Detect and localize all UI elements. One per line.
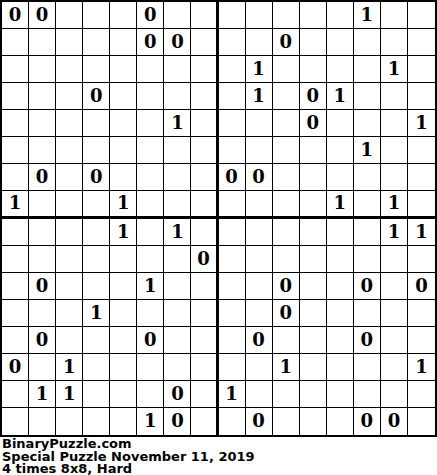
cell-r12c1[interactable] <box>2 300 29 327</box>
cell-r9c8[interactable] <box>191 219 218 246</box>
cell-r2c3[interactable] <box>56 29 83 56</box>
cell-r12c6[interactable] <box>137 300 164 327</box>
cell-r15c12[interactable] <box>300 381 327 408</box>
cell-r2c12[interactable] <box>300 29 327 56</box>
cell-r11c11: 0 <box>273 273 300 300</box>
cell-r14c5[interactable] <box>110 354 137 381</box>
cell-r15c8[interactable] <box>191 381 218 408</box>
cell-r4c9[interactable] <box>219 83 246 110</box>
cell-r10c5[interactable] <box>110 246 137 273</box>
cell-r6c2[interactable] <box>29 137 56 164</box>
cell-r12c2[interactable] <box>29 300 56 327</box>
cell-r12c16[interactable] <box>408 300 435 327</box>
cell-r3c15: 1 <box>381 56 408 83</box>
cell-r10c1[interactable] <box>2 246 29 273</box>
cell-r5c8[interactable] <box>191 110 218 137</box>
cell-r3c12[interactable] <box>300 56 327 83</box>
cell-r14c14[interactable] <box>354 354 381 381</box>
cell-r13c10: 0 <box>246 327 273 354</box>
cell-r1c7[interactable] <box>164 2 191 29</box>
cell-r6c15[interactable] <box>381 137 408 164</box>
cell-r6c3[interactable] <box>56 137 83 164</box>
cell-r5c3[interactable] <box>56 110 83 137</box>
cell-r4c4: 0 <box>83 83 110 110</box>
cell-r7c2: 0 <box>29 164 56 191</box>
cell-r2c11: 0 <box>273 29 300 56</box>
cell-r12c5[interactable] <box>110 300 137 327</box>
cell-r9c14[interactable] <box>354 219 381 246</box>
cell-r2c16[interactable] <box>408 29 435 56</box>
cell-r3c4[interactable] <box>83 56 110 83</box>
cell-r9c3[interactable] <box>56 219 83 246</box>
cell-r15c10[interactable] <box>246 381 273 408</box>
cell-r14c11: 1 <box>273 354 300 381</box>
cell-r1c3[interactable] <box>56 2 83 29</box>
cell-r2c2[interactable] <box>29 29 56 56</box>
cell-r1c15[interactable] <box>381 2 408 29</box>
cell-r12c7[interactable] <box>164 300 191 327</box>
cell-r14c16: 1 <box>408 354 435 381</box>
cell-r13c3[interactable] <box>56 327 83 354</box>
cell-r10c9[interactable] <box>219 246 246 273</box>
cell-r1c6: 0 <box>137 2 164 29</box>
cell-r16c4[interactable] <box>83 408 110 435</box>
cell-r15c3: 1 <box>56 381 83 408</box>
cell-r7c1[interactable] <box>2 164 29 191</box>
cell-r3c11[interactable] <box>273 56 300 83</box>
cell-r1c1: 0 <box>2 2 29 29</box>
cell-r1c13[interactable] <box>327 2 354 29</box>
cell-r11c4[interactable] <box>83 273 110 300</box>
cell-r9c1[interactable] <box>2 219 29 246</box>
cell-r15c5[interactable] <box>110 381 137 408</box>
cell-r7c15[interactable] <box>381 164 408 191</box>
cell-r12c3[interactable] <box>56 300 83 327</box>
cell-r4c15[interactable] <box>381 83 408 110</box>
cell-r3c14[interactable] <box>354 56 381 83</box>
cell-r8c11[interactable] <box>273 191 300 218</box>
cell-r11c13[interactable] <box>327 273 354 300</box>
cell-r3c13[interactable] <box>327 56 354 83</box>
cell-r14c1: 0 <box>2 354 29 381</box>
cell-r5c6[interactable] <box>137 110 164 137</box>
cell-r16c11[interactable] <box>273 408 300 435</box>
puzzle-difficulty: 4 times 8x8, Hard <box>2 463 437 475</box>
cell-r8c16[interactable] <box>408 191 435 218</box>
cell-r5c2[interactable] <box>29 110 56 137</box>
cell-r11c14: 0 <box>354 273 381 300</box>
cell-r10c10[interactable] <box>246 246 273 273</box>
cell-r6c8[interactable] <box>191 137 218 164</box>
cell-r16c9[interactable] <box>219 408 246 435</box>
cell-r10c11[interactable] <box>273 246 300 273</box>
cell-r2c15[interactable] <box>381 29 408 56</box>
cell-r13c12[interactable] <box>300 327 327 354</box>
cell-r16c16[interactable] <box>408 408 435 435</box>
cell-r1c11[interactable] <box>273 2 300 29</box>
cell-r11c10[interactable] <box>246 273 273 300</box>
cell-r6c7[interactable] <box>164 137 191 164</box>
cell-r11c15[interactable] <box>381 273 408 300</box>
cell-r8c10[interactable] <box>246 191 273 218</box>
cell-r9c7: 1 <box>164 219 191 246</box>
cell-r12c13[interactable] <box>327 300 354 327</box>
cell-r4c2[interactable] <box>29 83 56 110</box>
cell-r15c9: 1 <box>219 381 246 408</box>
cell-r2c10[interactable] <box>246 29 273 56</box>
cell-r11c2: 0 <box>29 273 56 300</box>
cell-r8c9[interactable] <box>219 191 246 218</box>
cell-r3c9[interactable] <box>219 56 246 83</box>
cell-r8c2[interactable] <box>29 191 56 218</box>
cell-r4c7[interactable] <box>164 83 191 110</box>
board: 0001000110101101100001111111100100010000… <box>0 0 437 437</box>
cell-r12c14[interactable] <box>354 300 381 327</box>
cell-r16c2[interactable] <box>29 408 56 435</box>
cell-r8c15: 1 <box>381 191 408 218</box>
cell-r16c14: 0 <box>354 408 381 435</box>
cell-r16c15: 0 <box>381 408 408 435</box>
cell-r16c6: 1 <box>137 408 164 435</box>
cell-r5c15[interactable] <box>381 110 408 137</box>
cell-r2c14[interactable] <box>354 29 381 56</box>
cell-r8c1: 1 <box>2 191 29 218</box>
cell-r5c13[interactable] <box>327 110 354 137</box>
cell-r16c10: 0 <box>246 408 273 435</box>
cell-r3c2[interactable] <box>29 56 56 83</box>
cell-r9c13[interactable] <box>327 219 354 246</box>
cell-r8c5: 1 <box>110 191 137 218</box>
cell-r9c9[interactable] <box>219 219 246 246</box>
cell-r3c8[interactable] <box>191 56 218 83</box>
cell-r10c13[interactable] <box>327 246 354 273</box>
cell-r8c12[interactable] <box>300 191 327 218</box>
cell-r6c13[interactable] <box>327 137 354 164</box>
cell-r16c1[interactable] <box>2 408 29 435</box>
cell-r7c4: 0 <box>83 164 110 191</box>
cell-r10c2[interactable] <box>29 246 56 273</box>
cell-r13c13[interactable] <box>327 327 354 354</box>
cell-r7c11[interactable] <box>273 164 300 191</box>
cell-r5c5[interactable] <box>110 110 137 137</box>
cell-r3c1[interactable] <box>2 56 29 83</box>
cell-r1c16[interactable] <box>408 2 435 29</box>
cell-r1c14: 1 <box>354 2 381 29</box>
cell-r13c1[interactable] <box>2 327 29 354</box>
cell-r11c9[interactable] <box>219 273 246 300</box>
cell-r11c16: 0 <box>408 273 435 300</box>
cell-r9c10[interactable] <box>246 219 273 246</box>
cell-r5c14[interactable] <box>354 110 381 137</box>
cell-r11c5[interactable] <box>110 273 137 300</box>
cell-r15c4[interactable] <box>83 381 110 408</box>
cell-r15c7: 0 <box>164 381 191 408</box>
cell-r1c5[interactable] <box>110 2 137 29</box>
cell-r1c2: 0 <box>29 2 56 29</box>
cell-r13c6: 0 <box>137 327 164 354</box>
cell-r3c6[interactable] <box>137 56 164 83</box>
cell-r8c7[interactable] <box>164 191 191 218</box>
cell-r13c15[interactable] <box>381 327 408 354</box>
cell-r14c12[interactable] <box>300 354 327 381</box>
cell-r7c5[interactable] <box>110 164 137 191</box>
cell-r15c14[interactable] <box>354 381 381 408</box>
cell-r14c13[interactable] <box>327 354 354 381</box>
cell-r5c7: 1 <box>164 110 191 137</box>
cell-r4c1[interactable] <box>2 83 29 110</box>
cell-r6c16[interactable] <box>408 137 435 164</box>
cell-r16c13[interactable] <box>327 408 354 435</box>
cell-r1c10[interactable] <box>246 2 273 29</box>
cell-r15c13[interactable] <box>327 381 354 408</box>
cell-r9c6[interactable] <box>137 219 164 246</box>
cell-r10c12[interactable] <box>300 246 327 273</box>
cell-r7c8[interactable] <box>191 164 218 191</box>
cell-r4c10: 1 <box>246 83 273 110</box>
cell-r7c12[interactable] <box>300 164 327 191</box>
cell-r1c8[interactable] <box>191 2 218 29</box>
cell-r1c4[interactable] <box>83 2 110 29</box>
cell-r16c12[interactable] <box>300 408 327 435</box>
cell-r4c6[interactable] <box>137 83 164 110</box>
cell-r3c10: 1 <box>246 56 273 83</box>
cell-r10c3[interactable] <box>56 246 83 273</box>
cell-r10c14[interactable] <box>354 246 381 273</box>
cell-r13c9[interactable] <box>219 327 246 354</box>
cell-r12c8[interactable] <box>191 300 218 327</box>
cell-r10c4[interactable] <box>83 246 110 273</box>
cell-r8c13: 1 <box>327 191 354 218</box>
cell-r9c2[interactable] <box>29 219 56 246</box>
cell-r8c3[interactable] <box>56 191 83 218</box>
cell-r4c12: 0 <box>300 83 327 110</box>
cell-r3c16[interactable] <box>408 56 435 83</box>
cell-r9c4[interactable] <box>83 219 110 246</box>
cell-r6c12[interactable] <box>300 137 327 164</box>
cell-r2c13[interactable] <box>327 29 354 56</box>
cell-r6c9[interactable] <box>219 137 246 164</box>
cell-r6c4[interactable] <box>83 137 110 164</box>
cell-r1c12[interactable] <box>300 2 327 29</box>
cell-r14c10[interactable] <box>246 354 273 381</box>
cell-r15c6[interactable] <box>137 381 164 408</box>
cell-r9c12[interactable] <box>300 219 327 246</box>
cell-r13c2: 0 <box>29 327 56 354</box>
cell-r15c2: 1 <box>29 381 56 408</box>
cell-r2c6: 0 <box>137 29 164 56</box>
cell-r11c3[interactable] <box>56 273 83 300</box>
cell-r12c4: 1 <box>83 300 110 327</box>
cell-r13c8[interactable] <box>191 327 218 354</box>
cell-r16c8[interactable] <box>191 408 218 435</box>
cell-r4c3[interactable] <box>56 83 83 110</box>
cell-r5c9[interactable] <box>219 110 246 137</box>
cell-r15c15[interactable] <box>381 381 408 408</box>
cell-r5c11[interactable] <box>273 110 300 137</box>
cell-r6c1[interactable] <box>2 137 29 164</box>
cell-r2c1[interactable] <box>2 29 29 56</box>
cell-r2c8[interactable] <box>191 29 218 56</box>
cell-r6c5[interactable] <box>110 137 137 164</box>
cell-r8c8[interactable] <box>191 191 218 218</box>
cell-r14c7[interactable] <box>164 354 191 381</box>
cell-r6c10[interactable] <box>246 137 273 164</box>
cell-r16c5[interactable] <box>110 408 137 435</box>
cell-r12c11: 0 <box>273 300 300 327</box>
cell-r2c5[interactable] <box>110 29 137 56</box>
cell-r9c15: 1 <box>381 219 408 246</box>
cell-r5c4[interactable] <box>83 110 110 137</box>
cell-r9c11[interactable] <box>273 219 300 246</box>
cell-r7c16[interactable] <box>408 164 435 191</box>
cell-r16c7: 0 <box>164 408 191 435</box>
cell-r5c12: 0 <box>300 110 327 137</box>
cell-r13c14: 0 <box>354 327 381 354</box>
cell-r11c7[interactable] <box>164 273 191 300</box>
cell-r14c9[interactable] <box>219 354 246 381</box>
cell-r2c4[interactable] <box>83 29 110 56</box>
cell-r12c10[interactable] <box>246 300 273 327</box>
cell-r8c4[interactable] <box>83 191 110 218</box>
cell-r16c3[interactable] <box>56 408 83 435</box>
cell-r12c9[interactable] <box>219 300 246 327</box>
cell-r10c16[interactable] <box>408 246 435 273</box>
cell-r13c16[interactable] <box>408 327 435 354</box>
cell-r11c6: 1 <box>137 273 164 300</box>
cell-r13c11[interactable] <box>273 327 300 354</box>
cell-r14c6[interactable] <box>137 354 164 381</box>
cell-r11c1[interactable] <box>2 273 29 300</box>
cell-r7c3[interactable] <box>56 164 83 191</box>
cell-r4c11[interactable] <box>273 83 300 110</box>
cell-r7c10: 0 <box>246 164 273 191</box>
cell-r14c3: 1 <box>56 354 83 381</box>
cell-r4c5[interactable] <box>110 83 137 110</box>
cell-r14c15[interactable] <box>381 354 408 381</box>
cell-r13c5[interactable] <box>110 327 137 354</box>
cell-r10c7[interactable] <box>164 246 191 273</box>
cell-r4c16[interactable] <box>408 83 435 110</box>
cell-r14c4[interactable] <box>83 354 110 381</box>
cell-r15c11[interactable] <box>273 381 300 408</box>
cell-r12c12[interactable] <box>300 300 327 327</box>
cell-r10c6[interactable] <box>137 246 164 273</box>
cell-r9c16: 1 <box>408 219 435 246</box>
cell-r4c14[interactable] <box>354 83 381 110</box>
cell-r3c3[interactable] <box>56 56 83 83</box>
cell-r10c15[interactable] <box>381 246 408 273</box>
cell-r11c12[interactable] <box>300 273 327 300</box>
cell-r8c14[interactable] <box>354 191 381 218</box>
cell-r4c8[interactable] <box>191 83 218 110</box>
cell-r12c15[interactable] <box>381 300 408 327</box>
cell-r7c6[interactable] <box>137 164 164 191</box>
cell-r5c16: 1 <box>408 110 435 137</box>
cell-r6c14: 1 <box>354 137 381 164</box>
cell-r3c5[interactable] <box>110 56 137 83</box>
footer: BinaryPuzzle.com Special Puzzle November… <box>0 437 437 475</box>
cell-r15c1[interactable] <box>2 381 29 408</box>
cell-r13c4[interactable] <box>83 327 110 354</box>
cell-r8c6[interactable] <box>137 191 164 218</box>
cell-r7c9: 0 <box>219 164 246 191</box>
cell-r6c11[interactable] <box>273 137 300 164</box>
cell-r14c8[interactable] <box>191 354 218 381</box>
cell-r7c13[interactable] <box>327 164 354 191</box>
cell-r6c6[interactable] <box>137 137 164 164</box>
page: 0001000110101101100001111111100100010000… <box>0 0 437 475</box>
cell-r2c9[interactable] <box>219 29 246 56</box>
cell-r14c2[interactable] <box>29 354 56 381</box>
cell-r1c9[interactable] <box>219 2 246 29</box>
cell-r4c13: 1 <box>327 83 354 110</box>
cell-r5c1[interactable] <box>2 110 29 137</box>
cell-r7c14[interactable] <box>354 164 381 191</box>
cell-r10c8: 0 <box>191 246 218 273</box>
cell-r15c16[interactable] <box>408 381 435 408</box>
cell-r5c10[interactable] <box>246 110 273 137</box>
cell-r7c7[interactable] <box>164 164 191 191</box>
cell-r13c7[interactable] <box>164 327 191 354</box>
cell-r11c8[interactable] <box>191 273 218 300</box>
cell-r2c7: 0 <box>164 29 191 56</box>
cell-r3c7[interactable] <box>164 56 191 83</box>
cell-r9c5: 1 <box>110 219 137 246</box>
